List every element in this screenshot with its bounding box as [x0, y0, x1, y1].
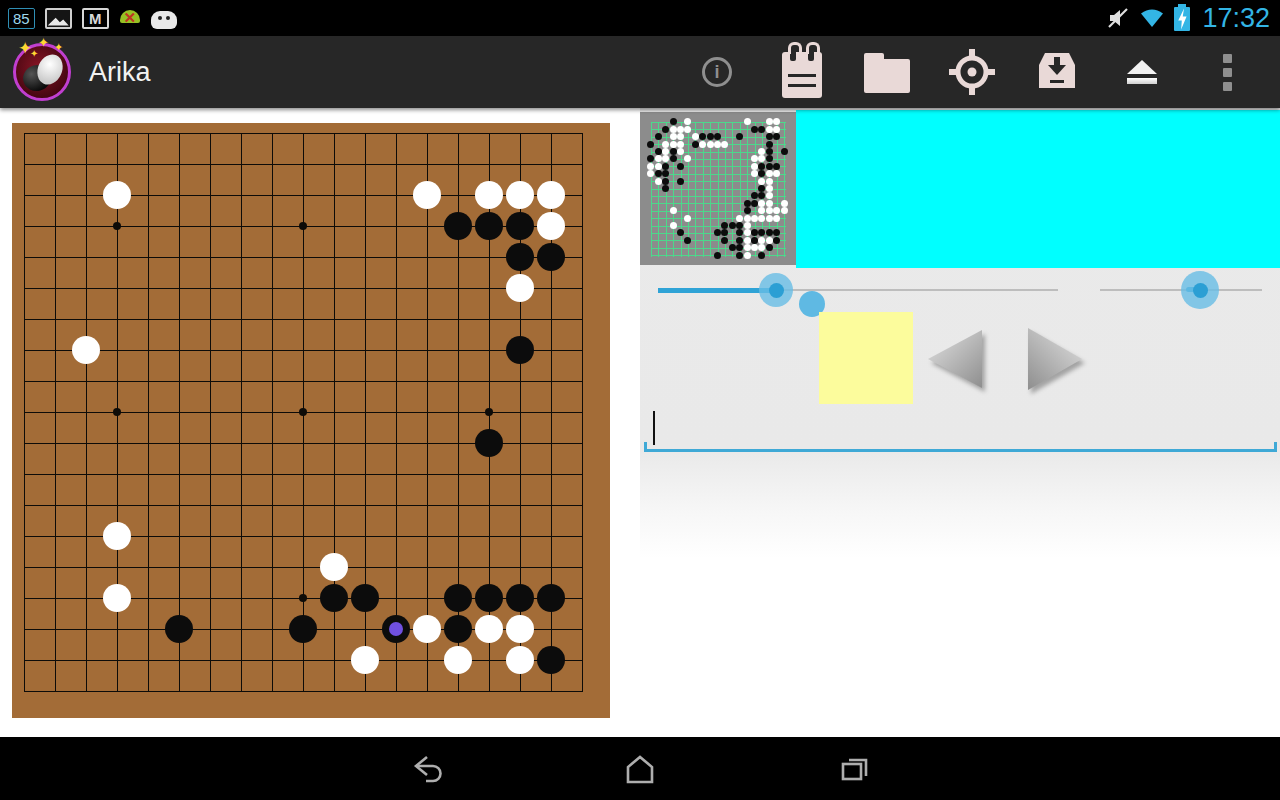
target-button[interactable]: [940, 40, 1004, 104]
black-stone: [662, 178, 669, 185]
white-stone: [320, 553, 348, 581]
white-stone: [766, 192, 773, 199]
black-stone: [766, 133, 773, 140]
black-stone: [766, 148, 773, 155]
white-stone: [758, 178, 765, 185]
gmail-notification-icon: M: [82, 8, 109, 29]
white-stone: [766, 185, 773, 192]
wifi-icon: [1138, 6, 1166, 30]
navigation-bar: [0, 737, 1280, 800]
white-stone: [677, 148, 684, 155]
white-stone: [758, 207, 765, 214]
black-stone: [289, 615, 317, 643]
white-stone: [707, 141, 714, 148]
black-stone: [699, 133, 706, 140]
black-stone: [729, 244, 736, 251]
game-record-icon: [782, 52, 822, 98]
black-stone: [670, 155, 677, 162]
highlight-area: [796, 110, 1280, 268]
text-cursor: [653, 411, 655, 445]
white-stone: [736, 215, 743, 222]
white-stone: [670, 126, 677, 133]
black-stone: [677, 178, 684, 185]
import-game-button[interactable]: [1025, 40, 1089, 104]
black-stone: [444, 212, 472, 240]
white-stone: [773, 118, 780, 125]
move-slider-thumb[interactable]: [769, 283, 784, 298]
black-stone: [475, 584, 503, 612]
black-stone: [766, 229, 773, 236]
black-stone: [758, 185, 765, 192]
black-stone: [766, 141, 773, 148]
white-stone: [751, 170, 758, 177]
home-icon: [618, 753, 662, 785]
branch-slider-thumb[interactable]: [1193, 283, 1208, 298]
white-stone: [655, 178, 662, 185]
black-stone: [475, 429, 503, 457]
black-stone: [751, 237, 758, 244]
black-stone: [721, 229, 728, 236]
white-stone: [475, 615, 503, 643]
black-stone: [537, 646, 565, 674]
white-stone: [751, 215, 758, 222]
black-stone: [736, 244, 743, 251]
previous-move-icon: [928, 330, 982, 388]
black-stone: [677, 163, 684, 170]
black-stone: [751, 126, 758, 133]
move-slider-track[interactable]: [776, 289, 1058, 291]
battery-charging-icon: [1174, 7, 1190, 31]
white-stone: [103, 181, 131, 209]
black-stone: [781, 148, 788, 155]
white-stone: [751, 244, 758, 251]
final-position-thumbnail[interactable]: [640, 112, 796, 265]
white-stone: [766, 207, 773, 214]
black-stone: [647, 155, 654, 162]
black-stone: [714, 133, 721, 140]
black-stone: [758, 229, 765, 236]
black-stone: [655, 133, 662, 140]
white-stone: [662, 141, 669, 148]
black-stone: [670, 148, 677, 155]
black-stone: [684, 237, 691, 244]
android-robot-icon: [151, 11, 177, 29]
black-stone: [662, 163, 669, 170]
white-stone: [655, 163, 662, 170]
white-stone: [766, 215, 773, 222]
game-browser-pane: [640, 108, 1280, 737]
status-bar: 85 M ✕ 17:32: [0, 0, 1280, 36]
action-bar: ✦ ✦ ✦ ✦ Arika i: [0, 36, 1280, 108]
white-stone: [773, 207, 780, 214]
black-stone: [444, 615, 472, 643]
white-stone: [444, 646, 472, 674]
black-stone: [758, 192, 765, 199]
black-stone: [736, 252, 743, 259]
go-board[interactable]: [12, 123, 610, 718]
white-stone: [766, 200, 773, 207]
info-button[interactable]: i: [685, 40, 749, 104]
gallery-notification-icon: [45, 8, 72, 29]
white-stone: [670, 133, 677, 140]
white-stone: [677, 126, 684, 133]
input-underline: [644, 449, 1277, 452]
status-clock: 17:32: [1202, 3, 1270, 34]
previous-move-button[interactable]: [928, 330, 982, 388]
black-stone: [744, 207, 751, 214]
white-stone: [684, 215, 691, 222]
white-stone: [781, 200, 788, 207]
white-stone: [684, 118, 691, 125]
status-system-icons: 17:32: [1106, 3, 1272, 34]
target-icon: [948, 48, 996, 96]
white-stone: [506, 274, 534, 302]
black-stone: [736, 133, 743, 140]
white-stone: [766, 237, 773, 244]
white-stone: [684, 126, 691, 133]
black-stone: [721, 237, 728, 244]
back-icon: [403, 753, 447, 785]
black-stone: [751, 229, 758, 236]
black-stone: [506, 336, 534, 364]
recents-button[interactable]: [825, 749, 885, 789]
home-button[interactable]: [610, 749, 670, 789]
white-stone: [773, 170, 780, 177]
white-stone: [413, 181, 441, 209]
white-stone: [692, 133, 699, 140]
eject-icon: [1127, 60, 1157, 84]
white-stone: [744, 222, 751, 229]
white-stone: [766, 178, 773, 185]
black-stone: [655, 170, 662, 177]
black-stone: [766, 244, 773, 251]
white-stone: [662, 148, 669, 155]
android-debug-icon: ✕: [119, 8, 141, 28]
white-stone: [677, 133, 684, 140]
black-stone: [714, 252, 721, 259]
board-stones: [9, 118, 598, 707]
black-stone: [758, 252, 765, 259]
white-stone: [751, 155, 758, 162]
next-move-button[interactable]: [1028, 328, 1082, 390]
black-stone: [758, 163, 765, 170]
black-stone: [758, 126, 765, 133]
black-stone: [475, 212, 503, 240]
white-stone: [662, 155, 669, 162]
white-stone: [670, 207, 677, 214]
white-stone: [506, 646, 534, 674]
black-stone: [773, 237, 780, 244]
white-stone: [647, 163, 654, 170]
white-stone: [655, 155, 662, 162]
white-stone: [758, 155, 765, 162]
next-move-icon: [1028, 328, 1082, 390]
white-stone: [103, 522, 131, 550]
white-stone: [758, 215, 765, 222]
black-stone: [351, 584, 379, 612]
thumbnail-stones: [647, 118, 787, 258]
black-stone: [736, 222, 743, 229]
mute-icon: [1106, 6, 1130, 30]
overflow-menu-icon: [1223, 54, 1232, 91]
app-title: Arika: [89, 57, 151, 88]
import-game-icon: [1033, 48, 1081, 96]
white-stone: [758, 244, 765, 251]
black-stone: [736, 229, 743, 236]
white-stone: [766, 118, 773, 125]
black-stone: [751, 200, 758, 207]
white-stone: [744, 215, 751, 222]
black-stone: [537, 584, 565, 612]
white-stone: [506, 615, 534, 643]
folder-icon: [864, 59, 910, 93]
last-move-stone: [382, 615, 410, 643]
black-stone: [736, 237, 743, 244]
white-stone: [751, 163, 758, 170]
eject-button[interactable]: [1110, 40, 1174, 104]
white-stone: [744, 252, 751, 259]
white-stone: [677, 141, 684, 148]
white-stone: [684, 155, 691, 162]
white-stone: [758, 200, 765, 207]
white-stone: [744, 244, 751, 251]
black-stone: [506, 584, 534, 612]
recents-icon: [833, 753, 877, 785]
black-stone: [766, 155, 773, 162]
white-stone: [72, 336, 100, 364]
white-stone: [475, 181, 503, 209]
white-stone: [506, 181, 534, 209]
black-stone: [165, 615, 193, 643]
black-stone: [647, 141, 654, 148]
black-stone: [537, 243, 565, 271]
battery-percent-notification: 85: [8, 8, 35, 29]
game-record-button[interactable]: [770, 40, 834, 104]
white-stone: [773, 215, 780, 222]
white-stone: [699, 141, 706, 148]
black-stone: [662, 185, 669, 192]
back-button[interactable]: [395, 749, 455, 789]
white-stone: [766, 170, 773, 177]
white-stone: [351, 646, 379, 674]
white-stone: [670, 222, 677, 229]
black-stone: [744, 200, 751, 207]
black-stone: [707, 133, 714, 140]
board-pane: [0, 108, 640, 737]
white-stone: [744, 229, 751, 236]
white-stone: [781, 207, 788, 214]
black-stone: [655, 148, 662, 155]
white-stone: [413, 615, 441, 643]
black-stone: [506, 212, 534, 240]
comment-input[interactable]: [644, 405, 1277, 455]
black-stone: [692, 141, 699, 148]
white-stone: [670, 141, 677, 148]
black-stone: [320, 584, 348, 612]
black-stone: [773, 229, 780, 236]
open-folder-button[interactable]: [855, 40, 919, 104]
comment-box: [819, 312, 913, 404]
white-stone: [766, 126, 773, 133]
black-stone: [714, 229, 721, 236]
white-stone: [758, 148, 765, 155]
black-stone: [662, 126, 669, 133]
black-stone: [677, 229, 684, 236]
white-stone: [647, 170, 654, 177]
white-stone: [103, 584, 131, 612]
black-stone: [444, 584, 472, 612]
status-notifications: 85 M ✕: [8, 7, 177, 29]
black-stone: [506, 243, 534, 271]
black-stone: [721, 222, 728, 229]
black-stone: [670, 118, 677, 125]
overflow-menu-button[interactable]: [1195, 40, 1259, 104]
white-stone: [744, 118, 751, 125]
white-stone: [758, 237, 765, 244]
app-icon: ✦ ✦ ✦ ✦: [13, 43, 71, 101]
black-stone: [773, 163, 780, 170]
black-stone: [662, 170, 669, 177]
info-icon: i: [702, 57, 732, 87]
white-stone: [714, 141, 721, 148]
screen: 85 M ✕ 17:32 ✦ ✦ ✦ ✦ Arika: [0, 0, 1280, 800]
white-stone: [537, 181, 565, 209]
black-stone: [758, 170, 765, 177]
black-stone: [766, 163, 773, 170]
white-stone: [744, 237, 751, 244]
black-stone: [773, 133, 780, 140]
white-stone: [721, 141, 728, 148]
black-stone: [751, 192, 758, 199]
white-stone: [773, 126, 780, 133]
black-stone: [729, 222, 736, 229]
white-stone: [537, 212, 565, 240]
